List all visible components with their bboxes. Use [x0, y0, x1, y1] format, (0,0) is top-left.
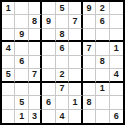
cell-r5c3[interactable] [29, 56, 42, 69]
cell-r5c5[interactable] [56, 56, 69, 69]
cell-r8c1[interactable] [2, 96, 15, 109]
cell-r2c3: 8 [29, 15, 42, 28]
digit: 8 [32, 17, 37, 26]
digit: 1 [72, 98, 77, 107]
cell-r8c3[interactable] [29, 96, 42, 109]
cell-r5c4[interactable] [42, 56, 55, 69]
sudoku-puzzle: 159289769846716857247156181346 [0, 0, 125, 125]
cell-r1c8: 2 [96, 2, 109, 15]
cell-r1c5: 5 [56, 2, 69, 15]
digit: 8 [100, 57, 105, 66]
cell-r8c8[interactable] [96, 96, 109, 109]
digit: 9 [46, 17, 51, 26]
cell-r2c2[interactable] [15, 15, 28, 28]
cell-r3c5: 8 [56, 29, 69, 42]
cell-r1c6[interactable] [69, 2, 82, 15]
cell-r7c6[interactable] [69, 83, 82, 96]
cell-r9c3: 3 [29, 110, 42, 123]
cell-r4c9: 1 [110, 42, 123, 55]
cell-r7c4[interactable] [42, 83, 55, 96]
cell-r8c4: 6 [42, 96, 55, 109]
cell-r5c2: 6 [15, 56, 28, 69]
digit: 8 [86, 98, 91, 107]
digit: 5 [6, 70, 11, 79]
cell-r1c2[interactable] [15, 2, 28, 15]
digit: 7 [59, 84, 64, 93]
cell-r8c5[interactable] [56, 96, 69, 109]
cell-r5c6[interactable] [69, 56, 82, 69]
cell-r6c3: 7 [29, 69, 42, 82]
cell-r3c8[interactable] [96, 29, 109, 42]
digit: 7 [72, 17, 77, 26]
cell-r4c4[interactable] [42, 42, 55, 55]
cell-r6c9: 4 [110, 69, 123, 82]
cell-r3c1[interactable] [2, 29, 15, 42]
digit: 1 [100, 84, 105, 93]
cell-r1c3[interactable] [29, 2, 42, 15]
cell-r9c4[interactable] [42, 110, 55, 123]
cell-r1c1: 1 [2, 2, 15, 15]
digit: 4 [114, 70, 119, 79]
cell-r4c7: 7 [83, 42, 96, 55]
cell-r9c6[interactable] [69, 110, 82, 123]
digit: 2 [59, 70, 64, 79]
cell-r9c1[interactable] [2, 110, 15, 123]
cell-r6c7[interactable] [83, 69, 96, 82]
digit: 6 [100, 17, 105, 26]
cell-r2c4: 9 [42, 15, 55, 28]
cell-r4c6[interactable] [69, 42, 82, 55]
cell-r3c7[interactable] [83, 29, 96, 42]
cell-r6c2[interactable] [15, 69, 28, 82]
cell-r1c4[interactable] [42, 2, 55, 15]
digit: 1 [19, 112, 24, 121]
digit: 9 [19, 30, 24, 39]
cell-r6c1: 5 [2, 69, 15, 82]
cell-r6c5: 2 [56, 69, 69, 82]
cell-r4c2[interactable] [15, 42, 28, 55]
digit: 1 [6, 4, 11, 13]
cell-r6c6[interactable] [69, 69, 82, 82]
cell-r9c2: 1 [15, 110, 28, 123]
cell-r2c5[interactable] [56, 15, 69, 28]
cell-r3c3[interactable] [29, 29, 42, 42]
cell-r6c8[interactable] [96, 69, 109, 82]
digit: 2 [100, 4, 105, 13]
cell-r3c4[interactable] [42, 29, 55, 42]
digit: 6 [19, 57, 24, 66]
cell-r3c9[interactable] [110, 29, 123, 42]
digit: 6 [59, 44, 64, 53]
cell-r8c2: 5 [15, 96, 28, 109]
cell-r5c8: 8 [96, 56, 109, 69]
cell-r5c1[interactable] [2, 56, 15, 69]
cell-r2c7[interactable] [83, 15, 96, 28]
cell-r9c7[interactable] [83, 110, 96, 123]
digit: 4 [6, 44, 11, 53]
cell-r3c2: 9 [15, 29, 28, 42]
cell-r7c7[interactable] [83, 83, 96, 96]
cell-r9c5: 4 [56, 110, 69, 123]
digit: 6 [46, 98, 51, 107]
sudoku-board: 159289769846716857247156181346 [0, 0, 125, 125]
digit: 7 [32, 70, 37, 79]
cell-r1c9[interactable] [110, 2, 123, 15]
cell-r7c9[interactable] [110, 83, 123, 96]
cell-r2c6: 7 [69, 15, 82, 28]
cell-r2c1[interactable] [2, 15, 15, 28]
cell-r9c9: 6 [110, 110, 123, 123]
cell-r7c8: 1 [96, 83, 109, 96]
cell-r5c9[interactable] [110, 56, 123, 69]
digit: 9 [86, 4, 91, 13]
cell-r9c8[interactable] [96, 110, 109, 123]
cell-r7c1[interactable] [2, 83, 15, 96]
digit: 1 [114, 44, 119, 53]
cell-r2c8: 6 [96, 15, 109, 28]
cell-r7c3[interactable] [29, 83, 42, 96]
cell-r4c3[interactable] [29, 42, 42, 55]
digit: 8 [59, 30, 64, 39]
digit: 3 [32, 112, 37, 121]
cell-r1c7: 9 [83, 2, 96, 15]
cell-r6c4[interactable] [42, 69, 55, 82]
cell-r8c6: 1 [69, 96, 82, 109]
cell-r4c1: 4 [2, 42, 15, 55]
digit: 7 [86, 44, 91, 53]
cell-r3c6[interactable] [69, 29, 82, 42]
cell-r8c9[interactable] [110, 96, 123, 109]
cell-r2c9[interactable] [110, 15, 123, 28]
cell-r7c5: 7 [56, 83, 69, 96]
digit: 4 [59, 112, 64, 121]
cell-r4c8[interactable] [96, 42, 109, 55]
cell-r4c5: 6 [56, 42, 69, 55]
digit: 6 [114, 112, 119, 121]
cell-r5c7[interactable] [83, 56, 96, 69]
digit: 5 [59, 4, 64, 13]
cell-r7c2[interactable] [15, 83, 28, 96]
digit: 5 [19, 98, 24, 107]
cell-r8c7: 8 [83, 96, 96, 109]
